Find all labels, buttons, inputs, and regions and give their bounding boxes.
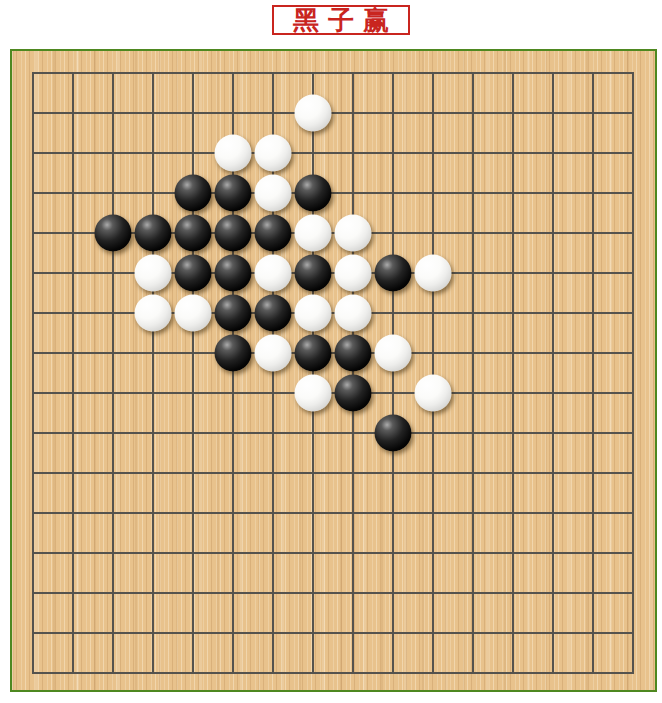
white-stone	[295, 95, 332, 132]
white-stone	[335, 215, 372, 252]
white-stone	[255, 335, 292, 372]
white-stone	[135, 255, 172, 292]
black-stone	[95, 215, 132, 252]
black-stone	[335, 375, 372, 412]
black-stone	[295, 175, 332, 212]
white-stone	[255, 175, 292, 212]
white-stone	[335, 255, 372, 292]
black-stone	[175, 255, 212, 292]
winner-banner: 黑子赢	[272, 5, 410, 35]
black-stone	[375, 255, 412, 292]
white-stone	[415, 375, 452, 412]
winner-banner-text: 黑子赢	[293, 7, 398, 33]
black-stone	[335, 335, 372, 372]
black-stone	[215, 255, 252, 292]
white-stone	[215, 135, 252, 172]
black-stone	[255, 215, 292, 252]
black-stone	[295, 335, 332, 372]
page: { "game": "gomoku", "title": { "text": "…	[0, 0, 662, 703]
white-stone	[295, 295, 332, 332]
black-stone	[175, 215, 212, 252]
white-stone	[135, 295, 172, 332]
white-stone	[295, 375, 332, 412]
black-stone	[215, 295, 252, 332]
white-stone	[295, 215, 332, 252]
white-stone	[415, 255, 452, 292]
black-stone	[175, 175, 212, 212]
black-stone	[215, 215, 252, 252]
board-grid	[32, 72, 634, 674]
white-stone	[255, 135, 292, 172]
white-stone	[175, 295, 212, 332]
black-stone	[215, 175, 252, 212]
black-stone	[135, 215, 172, 252]
black-stone	[295, 255, 332, 292]
black-stone	[255, 295, 292, 332]
white-stone	[375, 335, 412, 372]
white-stone	[255, 255, 292, 292]
gomoku-board[interactable]	[10, 49, 657, 692]
black-stone	[375, 415, 412, 452]
white-stone	[335, 295, 372, 332]
black-stone	[215, 335, 252, 372]
